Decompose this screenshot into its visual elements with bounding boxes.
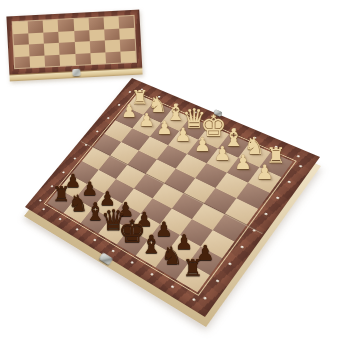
folded-board-square: [75, 53, 91, 65]
folded-board-square: [105, 40, 121, 52]
folded-board-square: [89, 29, 105, 41]
stud-dot: [233, 128, 237, 131]
stud-dot: [299, 165, 303, 168]
stud-dot: [75, 228, 79, 231]
stud-dot: [117, 104, 120, 106]
product-photo-scene: ♜♞♝♛♚♝♞♜♟♟♟♟♟♟♟♟♟♟♟♟♟♟♟♟♜♞♝♛♚♝♞♜: [0, 0, 340, 340]
folded-board-square: [59, 31, 75, 43]
folded-board-square: [74, 30, 90, 42]
folded-board-square: [43, 20, 59, 32]
stud-dot: [128, 91, 131, 93]
folded-board-square: [30, 55, 46, 67]
stud-dot: [58, 218, 61, 221]
folded-board-square: [59, 42, 75, 54]
stud-dot: [228, 262, 232, 266]
open-chessboard: [25, 78, 320, 317]
stud-dot: [171, 285, 175, 289]
stud-dot: [150, 273, 154, 276]
folded-board-square: [118, 16, 134, 28]
stud-dot: [274, 145, 278, 148]
folded-board-square: [120, 39, 136, 51]
page-root: ♜♞♝♛♚♝♞♜♟♟♟♟♟♟♟♟♟♟♟♟♟♟♟♟♜♞♝♛♚♝♞♜: [0, 0, 340, 340]
folded-board-square: [44, 43, 60, 55]
folded-board-square: [58, 19, 74, 31]
stud-dot: [111, 249, 115, 252]
folded-board-square: [13, 33, 29, 45]
stud-dot: [62, 171, 65, 174]
stud-dot: [39, 199, 42, 202]
folded-board-square: [74, 41, 90, 53]
stud-dot: [93, 238, 97, 241]
folded-board-clasp-icon: [72, 69, 80, 76]
stud-dot: [73, 157, 76, 160]
stud-dot: [107, 117, 110, 120]
stud-dot: [50, 185, 53, 188]
stud-dot: [194, 111, 198, 114]
folded-board-square: [45, 54, 61, 66]
stud-dot: [175, 103, 178, 106]
folded-chessboard: [6, 10, 142, 82]
stud-dot: [264, 212, 268, 215]
folded-board-face: [6, 10, 142, 75]
stud-dot: [276, 196, 280, 199]
stud-dot: [96, 130, 99, 133]
stud-dot: [130, 261, 134, 264]
folded-board-square: [104, 28, 120, 40]
stud-dot: [216, 279, 220, 283]
folded-board-square: [60, 53, 76, 65]
folded-board-square: [89, 40, 105, 52]
folded-board-square: [15, 56, 31, 68]
board-squares: [47, 94, 293, 292]
stud-dot: [192, 298, 196, 302]
folded-board-squares: [13, 16, 136, 68]
folded-board-square: [28, 32, 44, 44]
folded-board-square: [120, 50, 136, 62]
folded-board-square: [13, 21, 29, 33]
stud-dot: [140, 88, 143, 90]
stud-dot: [203, 296, 207, 300]
stud-dot: [287, 180, 291, 183]
stud-dot: [42, 208, 45, 211]
folded-board-square: [28, 21, 44, 33]
folded-board-square: [119, 27, 135, 39]
folded-board-square: [14, 44, 30, 56]
stud-dot: [213, 119, 217, 122]
stud-dot: [240, 245, 244, 248]
folded-board-square: [44, 31, 60, 43]
folded-board-square: [73, 18, 89, 30]
folded-board-square: [88, 17, 104, 29]
folded-board-square: [29, 44, 45, 56]
folded-board-square: [90, 52, 106, 64]
stud-dot: [296, 155, 300, 158]
stud-dot: [158, 96, 161, 98]
folded-board-square: [105, 51, 121, 63]
folded-board-square: [103, 17, 119, 29]
stud-dot: [253, 136, 257, 139]
